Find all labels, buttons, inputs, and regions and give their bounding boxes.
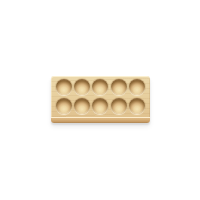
- pit-r0-c1[interactable]: [74, 79, 90, 96]
- pit-bowl: [74, 79, 90, 95]
- pit-r0-c0[interactable]: [56, 79, 72, 96]
- board-front-edge: [51, 117, 150, 123]
- scene: [0, 0, 200, 200]
- pit-bowl: [92, 98, 108, 114]
- pit-r1-c1[interactable]: [74, 98, 90, 115]
- pit-bowl: [111, 79, 127, 95]
- pit-bowl: [92, 79, 108, 95]
- pit-r1-c3[interactable]: [111, 98, 127, 115]
- pit-r1-c0[interactable]: [56, 98, 72, 115]
- pit-r1-c4[interactable]: [129, 98, 145, 115]
- pit-bowl: [56, 79, 72, 95]
- pit-bowl: [129, 79, 145, 95]
- pit-bowl: [74, 98, 90, 114]
- mancala-board: [51, 76, 150, 123]
- pit-bowl: [111, 98, 127, 114]
- pit-bowl: [56, 98, 72, 114]
- pit-r0-c4[interactable]: [129, 79, 145, 96]
- pit-r0-c3[interactable]: [111, 79, 127, 96]
- pit-bowl: [129, 98, 145, 114]
- pit-grid: [51, 76, 150, 117]
- pit-r0-c2[interactable]: [92, 79, 108, 96]
- pit-r1-c2[interactable]: [92, 98, 108, 115]
